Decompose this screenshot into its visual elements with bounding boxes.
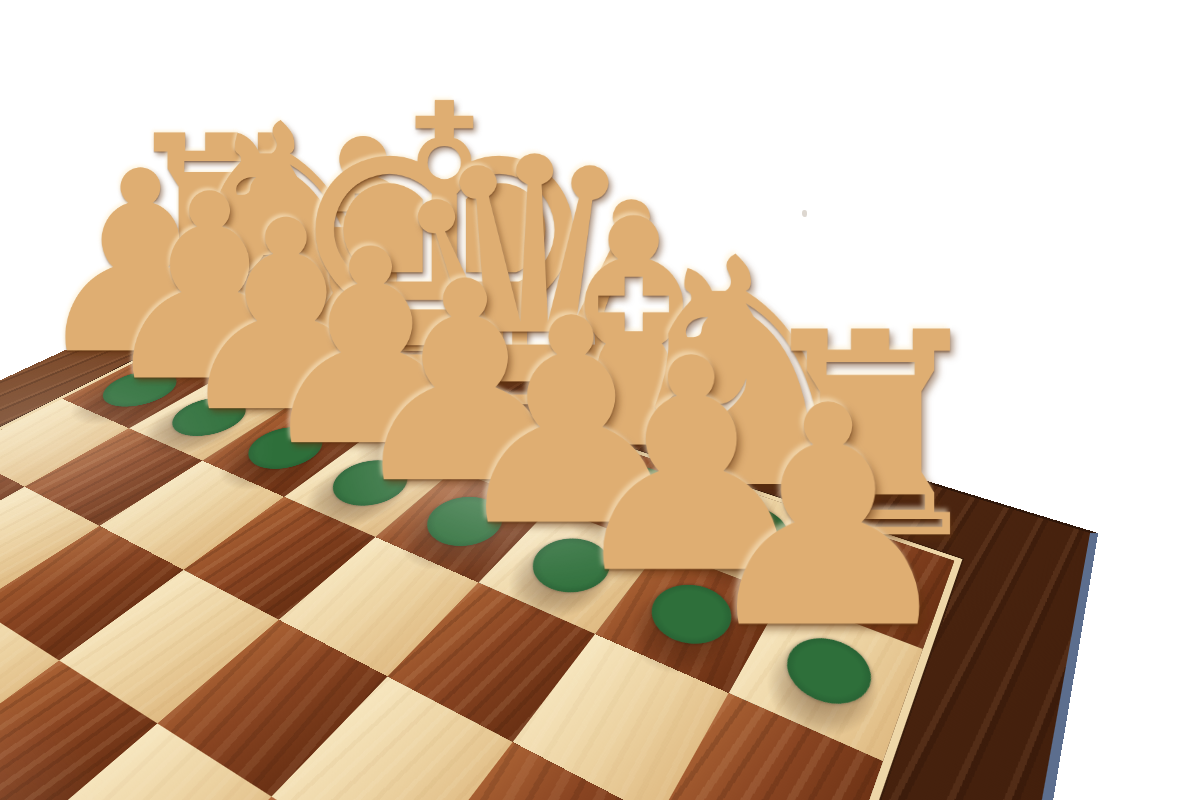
square-a2[interactable]: ♟ [729, 596, 923, 761]
photo-white-background: { "game": { "name": "chess", "piece_styl… [0, 0, 1200, 800]
board-grid: ♜♞♝♛♚♝♞♜♟♟♟♟♟♟♟♟ [0, 316, 954, 800]
chess-board: ♜♞♝♛♚♝♞♜♟♟♟♟♟♟♟♟ [0, 271, 1098, 800]
scene: ♜♞♝♛♚♝♞♜♟♟♟♟♟♟♟♟ [0, 0, 1200, 800]
piece-white-pawn-a2[interactable]: ♟ [692, 366, 965, 670]
board-inlay-border: ♜♞♝♛♚♝♞♜♟♟♟♟♟♟♟♟ [0, 313, 962, 800]
square-a3[interactable] [659, 693, 883, 800]
dust-speck [802, 210, 807, 217]
